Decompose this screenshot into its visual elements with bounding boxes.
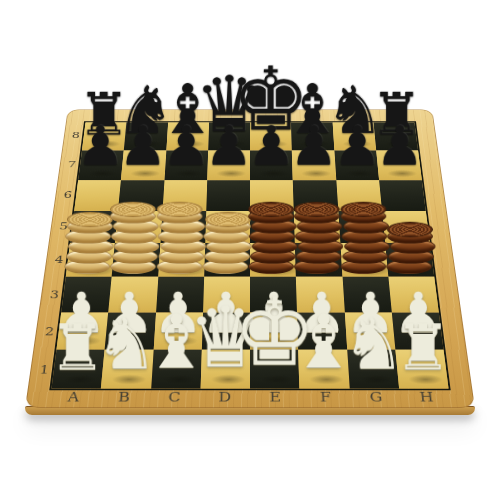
checker-top-face bbox=[156, 202, 202, 218]
piece-white-rook-h1[interactable]: ♜ bbox=[394, 316, 450, 379]
square-c4[interactable] bbox=[158, 243, 205, 277]
file-label-F: F bbox=[300, 389, 351, 407]
square-a7[interactable]: ♟ bbox=[78, 151, 124, 180]
square-g4[interactable] bbox=[340, 243, 388, 277]
square-b7[interactable]: ♟ bbox=[121, 151, 166, 180]
square-e7[interactable]: ♟ bbox=[250, 151, 293, 180]
square-f7[interactable]: ♟ bbox=[292, 151, 336, 180]
square-d4[interactable] bbox=[204, 243, 250, 277]
piece-black-pawn-c7[interactable]: ♟ bbox=[162, 118, 211, 172]
file-label-G: G bbox=[350, 389, 402, 407]
square-h1[interactable]: ♜ bbox=[395, 349, 448, 388]
checker-top-face bbox=[205, 212, 251, 228]
piece-black-pawn-f7[interactable]: ♟ bbox=[290, 118, 339, 172]
board-scene: ♜♞♝♛♚♝♞♜♟♟♟♟♟♟♟♟♟♟♟♟♟♟♟♟♜♞♝♛♚♝♞♜ 1234567… bbox=[25, 0, 475, 408]
piece-black-pawn-h7[interactable]: ♟ bbox=[375, 118, 424, 172]
square-h7[interactable]: ♟ bbox=[376, 151, 422, 180]
square-c7[interactable]: ♟ bbox=[164, 151, 208, 180]
file-label-H: H bbox=[400, 389, 452, 407]
square-h4[interactable] bbox=[385, 243, 434, 277]
rank-label-4: 4 bbox=[46, 243, 66, 277]
square-a4[interactable] bbox=[66, 243, 115, 277]
square-b4[interactable] bbox=[112, 243, 160, 277]
file-label-D: D bbox=[199, 389, 250, 407]
piece-black-pawn-d7[interactable]: ♟ bbox=[204, 118, 253, 172]
checker-top-face bbox=[340, 202, 386, 218]
file-label-A: A bbox=[47, 389, 99, 407]
square-e4[interactable] bbox=[250, 243, 296, 277]
file-label-C: C bbox=[149, 389, 200, 407]
piece-black-pawn-g7[interactable]: ♟ bbox=[332, 118, 381, 172]
board-surface: ♜♞♝♛♚♝♞♜♟♟♟♟♟♟♟♟♟♟♟♟♟♟♟♟♜♞♝♛♚♝♞♜ 1234567… bbox=[25, 109, 475, 408]
square-d6[interactable] bbox=[206, 180, 250, 211]
square-f4[interactable] bbox=[295, 243, 342, 277]
square-g1[interactable]: ♞ bbox=[347, 349, 399, 388]
piece-black-pawn-b7[interactable]: ♟ bbox=[119, 118, 168, 172]
file-label-B: B bbox=[98, 389, 150, 407]
squares-grid: ♜♞♝♛♚♝♞♜♟♟♟♟♟♟♟♟♟♟♟♟♟♟♟♟♜♞♝♛♚♝♞♜ bbox=[49, 121, 450, 390]
square-h6[interactable] bbox=[379, 180, 426, 211]
photo-canvas: ♜♞♝♛♚♝♞♜♟♟♟♟♟♟♟♟♟♟♟♟♟♟♟♟♜♞♝♛♚♝♞♜ 1234567… bbox=[0, 0, 500, 500]
square-d7[interactable]: ♟ bbox=[207, 151, 250, 180]
file-label-E: E bbox=[250, 389, 301, 407]
rank-label-6: 6 bbox=[55, 179, 74, 210]
square-g7[interactable]: ♟ bbox=[334, 151, 379, 180]
